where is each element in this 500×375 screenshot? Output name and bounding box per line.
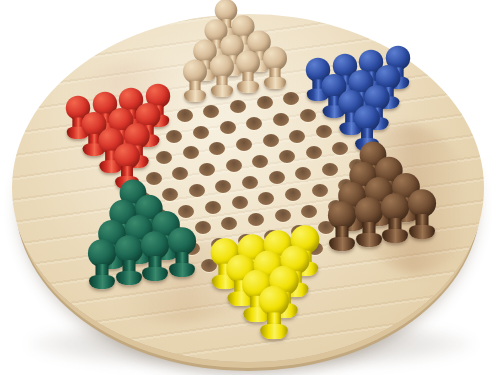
hole[interactable]: [236, 138, 252, 151]
hole[interactable]: [332, 142, 348, 155]
hole[interactable]: [230, 100, 246, 113]
peg-base: [260, 324, 288, 339]
peg-head: [183, 59, 207, 83]
hole[interactable]: [252, 155, 268, 168]
hole[interactable]: [306, 146, 322, 159]
hole[interactable]: [146, 172, 162, 185]
peg-head: [408, 189, 436, 217]
hole[interactable]: [263, 134, 279, 147]
hole[interactable]: [273, 113, 289, 126]
peg-base: [237, 81, 259, 93]
hole[interactable]: [226, 159, 242, 172]
hole[interactable]: [285, 188, 301, 201]
hole[interactable]: [275, 209, 291, 222]
hole[interactable]: [289, 130, 305, 143]
hole[interactable]: [162, 188, 178, 201]
peg-brown[interactable]: [407, 189, 437, 239]
peg-natural[interactable]: [182, 59, 208, 101]
peg-base: [329, 237, 355, 251]
peg-base: [184, 90, 206, 102]
peg-green[interactable]: [87, 240, 117, 290]
hole[interactable]: [246, 117, 262, 130]
hole[interactable]: [203, 105, 219, 118]
hole[interactable]: [177, 109, 193, 122]
peg-green[interactable]: [140, 231, 170, 281]
hole[interactable]: [301, 205, 317, 218]
peg-base: [211, 85, 233, 97]
peg-head: [381, 193, 409, 221]
hole[interactable]: [215, 180, 231, 193]
hole[interactable]: [189, 184, 205, 197]
peg-base: [409, 225, 435, 239]
hole[interactable]: [183, 146, 199, 159]
hole[interactable]: [199, 163, 215, 176]
hole[interactable]: [316, 125, 332, 138]
hole[interactable]: [232, 196, 248, 209]
hole[interactable]: [172, 167, 188, 180]
peg-natural[interactable]: [236, 51, 262, 93]
peg-natural[interactable]: [262, 46, 288, 88]
peg-base: [169, 263, 195, 277]
hole[interactable]: [166, 130, 182, 143]
hole[interactable]: [221, 217, 237, 230]
peg-brown[interactable]: [327, 202, 357, 252]
hole[interactable]: [258, 192, 274, 205]
peg-base: [116, 271, 142, 285]
hole[interactable]: [242, 176, 258, 189]
peg-base: [356, 233, 382, 247]
hole[interactable]: [283, 92, 299, 105]
hole[interactable]: [209, 142, 225, 155]
peg-base: [382, 229, 408, 243]
hole[interactable]: [322, 163, 338, 176]
peg-base: [142, 267, 168, 281]
hole[interactable]: [205, 201, 221, 214]
peg-base: [89, 275, 115, 289]
hole[interactable]: [220, 121, 236, 134]
peg-head: [263, 46, 287, 70]
holes-layer: [12, 14, 484, 362]
hole[interactable]: [269, 171, 285, 184]
peg-head: [168, 227, 196, 255]
hole[interactable]: [279, 150, 295, 163]
hole[interactable]: [300, 109, 316, 122]
hole[interactable]: [193, 126, 209, 139]
peg-green[interactable]: [167, 227, 197, 277]
hole[interactable]: [257, 96, 273, 109]
peg-head: [141, 231, 169, 259]
hole[interactable]: [295, 167, 311, 180]
product-photo-stage: [0, 0, 500, 375]
hole[interactable]: [156, 151, 172, 164]
peg-base: [264, 77, 286, 89]
hole[interactable]: [312, 184, 328, 197]
peg-natural[interactable]: [209, 55, 235, 97]
hole[interactable]: [248, 213, 264, 226]
chinese-checkers-board: [12, 14, 484, 362]
peg-yellow[interactable]: [258, 286, 290, 339]
